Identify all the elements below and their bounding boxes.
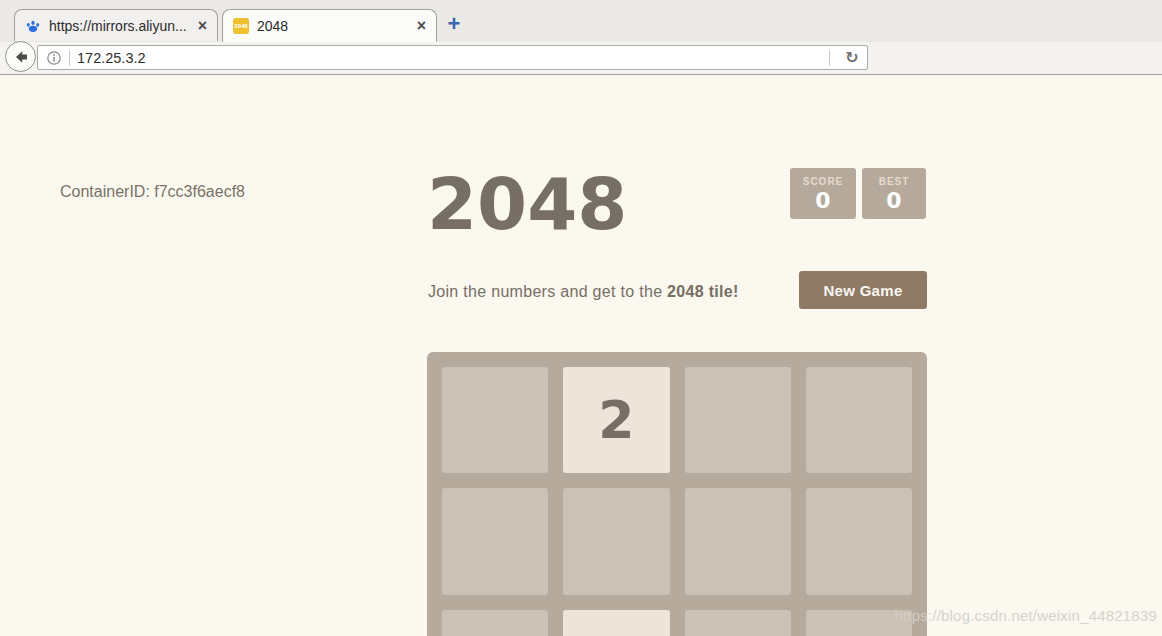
board-cell-r0c0 (442, 367, 548, 473)
best-box: BEST 0 (862, 168, 926, 219)
subtitle-goal: 2048 tile! (667, 283, 738, 300)
tab-close-icon[interactable]: × (198, 18, 207, 34)
tile-2: 2 (563, 610, 669, 636)
watermark-text: https://blog.csdn.net/weixin_44821839 (894, 607, 1157, 624)
tab-2048[interactable]: 2048 2048 × (222, 9, 437, 42)
reload-button[interactable]: ↻ (837, 48, 867, 67)
score-label: SCORE (790, 176, 856, 187)
board-cell-r1c2 (685, 488, 791, 594)
new-game-button[interactable]: New Game (799, 271, 927, 309)
tab-title: https://mirrors.aliyun.... (49, 18, 188, 34)
url-input[interactable] (77, 50, 822, 66)
board-cell-r1c0 (442, 488, 548, 594)
board-cell-r1c3 (806, 488, 912, 594)
board-cell-r0c2 (685, 367, 791, 473)
tab-title: 2048 (257, 18, 407, 34)
board-cell-r1c1 (563, 488, 669, 594)
game-subtitle: Join the numbers and get to the 2048 til… (428, 283, 739, 301)
back-arrow-icon (13, 49, 29, 65)
score-value: 0 (790, 188, 856, 213)
new-tab-button[interactable]: + (443, 12, 465, 36)
board-cell-r2c1: 2 (563, 610, 669, 636)
best-value: 0 (862, 188, 926, 213)
url-bar[interactable]: ↻ (37, 45, 868, 70)
board-cell-r2c0 (442, 610, 548, 636)
game-title: 2048 (427, 166, 627, 242)
board-cell-r2c2 (685, 610, 791, 636)
tab-close-icon[interactable]: × (417, 18, 426, 34)
paw-favicon-icon (25, 18, 41, 34)
back-button[interactable] (5, 41, 36, 72)
board-cell-r0c1: 2 (563, 367, 669, 473)
tile-2: 2 (563, 367, 669, 473)
board-grid: 22 (427, 352, 927, 636)
urlbar-divider (829, 50, 830, 66)
site-info-icon[interactable] (46, 50, 62, 66)
browser-window: https://mirrors.aliyun.... × 2048 2048 ×… (0, 0, 1162, 636)
tab-strip: https://mirrors.aliyun.... × 2048 2048 ×… (0, 0, 1162, 42)
container-id-text: ContainerID: f7cc3f6aecf8 (60, 183, 245, 201)
urlbar-divider (69, 50, 70, 66)
score-box: SCORE 0 (790, 168, 856, 219)
tab-mirrors-aliyun[interactable]: https://mirrors.aliyun.... × (14, 9, 218, 41)
game-2048-favicon-icon: 2048 (233, 18, 249, 34)
best-label: BEST (862, 176, 926, 187)
page-content: ContainerID: f7cc3f6aecf8 2048 SCORE 0 B… (0, 76, 1162, 636)
board-cell-r0c3 (806, 367, 912, 473)
